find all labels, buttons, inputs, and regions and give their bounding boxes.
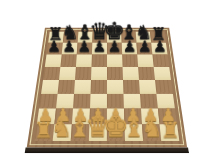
square-h7[interactable]: ♟ <box>151 43 167 55</box>
square-c4[interactable] <box>74 80 91 94</box>
square-d4[interactable] <box>91 80 107 94</box>
square-b5[interactable] <box>59 67 76 80</box>
black-pawn[interactable]: ♟ <box>149 39 172 54</box>
square-h1[interactable]: ♜ <box>160 124 180 141</box>
board-grid: ♜♞♝♛♚♝♞♜♟♟♟♟♟♟♟♟♟♟♟♟♟♟♟♟♜♞♝♛♚♝♞♜ <box>35 32 180 141</box>
square-h5[interactable] <box>154 67 171 80</box>
square-a5[interactable] <box>43 67 60 80</box>
square-g5[interactable] <box>138 67 155 80</box>
square-b6[interactable] <box>60 55 76 67</box>
square-d5[interactable] <box>91 67 107 80</box>
square-e4[interactable] <box>107 80 123 94</box>
square-f4[interactable] <box>123 80 140 94</box>
square-f5[interactable] <box>123 67 139 80</box>
square-g4[interactable] <box>139 80 156 94</box>
square-e6[interactable] <box>107 55 123 67</box>
chess-board: ♜♞♝♛♚♝♞♜♟♟♟♟♟♟♟♟♟♟♟♟♟♟♟♟♜♞♝♛♚♝♞♜ <box>27 28 187 148</box>
square-g6[interactable] <box>137 55 153 67</box>
square-a6[interactable] <box>45 55 62 67</box>
square-c5[interactable] <box>75 67 91 80</box>
square-h4[interactable] <box>155 80 173 94</box>
square-a4[interactable] <box>41 80 59 94</box>
chess-set-photo: ♜♞♝♛♚♝♞♜♟♟♟♟♟♟♟♟♟♟♟♟♟♟♟♟♜♞♝♛♚♝♞♜ <box>0 0 215 156</box>
square-e5[interactable] <box>107 67 123 80</box>
white-rook[interactable]: ♜ <box>157 119 184 140</box>
square-c6[interactable] <box>76 55 92 67</box>
square-b4[interactable] <box>58 80 75 94</box>
square-d6[interactable] <box>91 55 107 67</box>
square-h6[interactable] <box>152 55 169 67</box>
square-f6[interactable] <box>122 55 138 67</box>
